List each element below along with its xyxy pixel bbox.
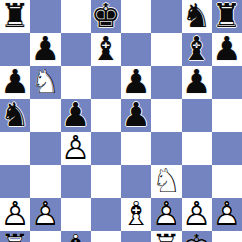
piece-white-rook[interactable]: ♜♖ bbox=[0, 230, 30, 242]
square-d7[interactable]: ♝ bbox=[91, 33, 121, 66]
piece-white-knight[interactable]: ♞♘ bbox=[31, 65, 61, 98]
white-piece-outline-glyph: ♖ bbox=[152, 227, 182, 242]
piece-white-pawn[interactable]: ♟♙ bbox=[31, 197, 61, 230]
piece-black-bishop[interactable]: ♝ bbox=[182, 32, 212, 65]
square-h6[interactable] bbox=[212, 66, 242, 99]
piece-black-rook[interactable]: ♜ bbox=[0, 0, 30, 32]
piece-white-pawn[interactable]: ♟♙ bbox=[0, 197, 30, 230]
square-g6[interactable]: ♟ bbox=[182, 66, 212, 99]
white-piece-outline-glyph: ♗ bbox=[61, 227, 91, 242]
square-d6[interactable] bbox=[91, 66, 121, 99]
square-a5[interactable]: ♞ bbox=[0, 99, 30, 132]
square-f7[interactable] bbox=[151, 33, 181, 66]
square-b6[interactable]: ♞♘ bbox=[30, 66, 60, 99]
white-piece-outline-glyph: ♘ bbox=[31, 62, 61, 101]
piece-black-knight[interactable]: ♞ bbox=[0, 98, 30, 131]
piece-black-pawn[interactable]: ♟ bbox=[212, 32, 242, 65]
piece-white-pawn[interactable]: ♟♙ bbox=[152, 197, 182, 230]
square-f8[interactable] bbox=[151, 0, 181, 33]
square-b4[interactable] bbox=[30, 132, 60, 165]
chess-board-container: ♜♚♞♜♟♝♝♟♟♞♘♟♟♞♟♟♟♙♞♘♟♙♟♙♝♗♟♙♟♙♟♙♜♖♝♗♜♖♚♔ bbox=[0, 0, 242, 242]
piece-black-pawn[interactable]: ♟ bbox=[31, 32, 61, 65]
piece-black-pawn[interactable]: ♟ bbox=[121, 98, 151, 131]
square-a1[interactable]: ♜♖ bbox=[0, 231, 30, 242]
square-d5[interactable] bbox=[91, 99, 121, 132]
white-piece-outline-glyph: ♙ bbox=[61, 128, 91, 167]
square-d2[interactable] bbox=[91, 198, 121, 231]
square-c3[interactable] bbox=[61, 165, 91, 198]
square-e5[interactable]: ♟ bbox=[121, 99, 151, 132]
square-h7[interactable]: ♟ bbox=[212, 33, 242, 66]
piece-white-rook[interactable]: ♜♖ bbox=[152, 230, 182, 242]
piece-black-pawn[interactable]: ♟ bbox=[0, 65, 30, 98]
square-e2[interactable]: ♝♗ bbox=[121, 198, 151, 231]
white-piece-outline-glyph: ♙ bbox=[31, 194, 61, 233]
square-f6[interactable] bbox=[151, 66, 181, 99]
square-b1[interactable] bbox=[30, 231, 60, 242]
white-piece-outline-glyph: ♙ bbox=[212, 194, 242, 233]
square-h4[interactable] bbox=[212, 132, 242, 165]
square-d4[interactable] bbox=[91, 132, 121, 165]
square-d3[interactable] bbox=[91, 165, 121, 198]
square-a4[interactable] bbox=[0, 132, 30, 165]
chess-board: ♜♚♞♜♟♝♝♟♟♞♘♟♟♞♟♟♟♙♞♘♟♙♟♙♝♗♟♙♟♙♟♙♜♖♝♗♜♖♚♔ bbox=[0, 0, 242, 242]
square-f1[interactable]: ♜♖ bbox=[151, 231, 181, 242]
white-piece-outline-glyph: ♖ bbox=[0, 227, 30, 242]
square-c8[interactable] bbox=[61, 0, 91, 33]
piece-black-bishop[interactable]: ♝ bbox=[91, 32, 121, 65]
square-h5[interactable] bbox=[212, 99, 242, 132]
piece-black-pawn[interactable]: ♟ bbox=[182, 65, 212, 98]
square-e1[interactable] bbox=[121, 231, 151, 242]
square-b5[interactable] bbox=[30, 99, 60, 132]
piece-black-pawn[interactable]: ♟ bbox=[121, 65, 151, 98]
piece-black-king[interactable]: ♚ bbox=[91, 0, 121, 32]
piece-black-knight[interactable]: ♞ bbox=[182, 0, 212, 32]
piece-white-knight[interactable]: ♞♘ bbox=[152, 164, 182, 197]
square-d1[interactable] bbox=[91, 231, 121, 242]
piece-white-pawn[interactable]: ♟♙ bbox=[182, 197, 212, 230]
piece-white-pawn[interactable]: ♟♙ bbox=[61, 131, 91, 164]
piece-white-bishop[interactable]: ♝♗ bbox=[61, 230, 91, 242]
piece-white-king[interactable]: ♚♔ bbox=[182, 230, 212, 242]
piece-white-bishop[interactable]: ♝♗ bbox=[121, 197, 151, 230]
square-c1[interactable]: ♝♗ bbox=[61, 231, 91, 242]
square-g1[interactable]: ♚♔ bbox=[182, 231, 212, 242]
square-h1[interactable] bbox=[212, 231, 242, 242]
square-c4[interactable]: ♟♙ bbox=[61, 132, 91, 165]
piece-white-pawn[interactable]: ♟♙ bbox=[212, 197, 242, 230]
white-piece-outline-glyph: ♔ bbox=[182, 227, 212, 242]
piece-black-rook[interactable]: ♜ bbox=[212, 0, 242, 32]
square-g4[interactable] bbox=[182, 132, 212, 165]
square-f5[interactable] bbox=[151, 99, 181, 132]
square-a8[interactable]: ♜ bbox=[0, 0, 30, 33]
square-c7[interactable] bbox=[61, 33, 91, 66]
square-e4[interactable] bbox=[121, 132, 151, 165]
square-h2[interactable]: ♟♙ bbox=[212, 198, 242, 231]
square-e8[interactable] bbox=[121, 0, 151, 33]
white-piece-outline-glyph: ♗ bbox=[121, 194, 151, 233]
square-g5[interactable] bbox=[182, 99, 212, 132]
square-b2[interactable]: ♟♙ bbox=[30, 198, 60, 231]
piece-black-pawn[interactable]: ♟ bbox=[61, 98, 91, 131]
